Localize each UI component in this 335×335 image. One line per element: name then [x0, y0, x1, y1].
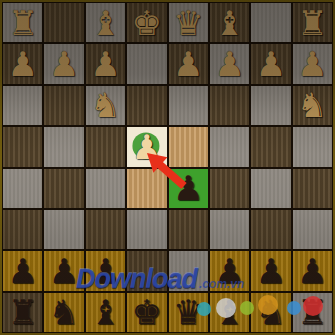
square-a4[interactable]	[292, 126, 333, 167]
square-d4[interactable]	[168, 126, 209, 167]
white-pawn-c2[interactable]: ♟	[214, 47, 244, 81]
black-king-e8[interactable]: ♚	[132, 295, 162, 329]
square-g8[interactable]: ♞	[43, 292, 84, 333]
square-e3[interactable]	[126, 85, 167, 126]
square-c5[interactable]	[209, 168, 250, 209]
square-d1[interactable]: ♛	[168, 2, 209, 43]
square-b2[interactable]: ♟	[250, 43, 291, 84]
black-pawn-b7[interactable]: ♟	[256, 254, 286, 288]
black-pawn-a7[interactable]: ♟	[297, 254, 327, 288]
white-pawn-f2[interactable]: ♟	[90, 47, 120, 81]
square-h3[interactable]	[2, 85, 43, 126]
square-d8[interactable]: ♛	[168, 292, 209, 333]
white-pawn-b2[interactable]: ♟	[256, 47, 286, 81]
square-h4[interactable]	[2, 126, 43, 167]
square-g1[interactable]	[43, 2, 84, 43]
square-a7[interactable]: ♟	[292, 250, 333, 291]
square-e7[interactable]	[126, 250, 167, 291]
square-c3[interactable]	[209, 85, 250, 126]
square-h7[interactable]: ♟	[2, 250, 43, 291]
square-c8[interactable]: ♝	[209, 292, 250, 333]
square-h2[interactable]: ♟	[2, 43, 43, 84]
square-a8[interactable]: ♜	[292, 292, 333, 333]
square-a1[interactable]: ♜	[292, 2, 333, 43]
square-f1[interactable]: ♝	[85, 2, 126, 43]
square-d2[interactable]: ♟	[168, 43, 209, 84]
square-b8[interactable]: ♞	[250, 292, 291, 333]
black-rook-h8[interactable]: ♜	[7, 295, 37, 329]
white-pawn-a2[interactable]: ♟	[297, 47, 327, 81]
square-c6[interactable]	[209, 209, 250, 250]
black-rook-a8[interactable]: ♜	[297, 295, 327, 329]
square-b1[interactable]	[250, 2, 291, 43]
square-d6[interactable]	[168, 209, 209, 250]
square-e2[interactable]	[126, 43, 167, 84]
white-knight-f3[interactable]: ♞	[90, 88, 120, 122]
square-e8[interactable]: ♚	[126, 292, 167, 333]
square-g4[interactable]	[43, 126, 84, 167]
square-f5[interactable]	[85, 168, 126, 209]
square-b4[interactable]	[250, 126, 291, 167]
square-d3[interactable]	[168, 85, 209, 126]
square-f2[interactable]: ♟	[85, 43, 126, 84]
chess-app-screenshot: ♜♝♚♛♝♜♟♟♟♟♟♟♟♞♞♟♟♟♟♟♟♟♟♜♞♝♚♛♝♞♜ Download…	[0, 0, 335, 335]
black-pawn-d5[interactable]: ♟	[173, 171, 203, 205]
square-e1[interactable]: ♚	[126, 2, 167, 43]
white-queen-d1[interactable]: ♛	[173, 6, 203, 40]
square-h6[interactable]	[2, 209, 43, 250]
black-knight-g8[interactable]: ♞	[49, 295, 79, 329]
square-g7[interactable]: ♟	[43, 250, 84, 291]
square-a2[interactable]: ♟	[292, 43, 333, 84]
black-pawn-h7[interactable]: ♟	[7, 254, 37, 288]
square-f3[interactable]: ♞	[85, 85, 126, 126]
square-f7[interactable]: ♟	[85, 250, 126, 291]
white-bishop-c1[interactable]: ♝	[214, 6, 244, 40]
white-pawn-g2[interactable]: ♟	[49, 47, 79, 81]
square-b7[interactable]: ♟	[250, 250, 291, 291]
white-pawn-h2[interactable]: ♟	[7, 47, 37, 81]
black-knight-b8[interactable]: ♞	[256, 295, 286, 329]
square-e5[interactable]	[126, 168, 167, 209]
white-pawn-e4[interactable]: ♟	[132, 130, 162, 164]
white-rook-a1[interactable]: ♜	[297, 6, 327, 40]
square-b3[interactable]	[250, 85, 291, 126]
white-pawn-d2[interactable]: ♟	[173, 47, 203, 81]
square-c4[interactable]	[209, 126, 250, 167]
square-d5[interactable]: ♟	[168, 168, 209, 209]
black-pawn-f7[interactable]: ♟	[90, 254, 120, 288]
square-c2[interactable]: ♟	[209, 43, 250, 84]
black-pawn-c7[interactable]: ♟	[214, 254, 244, 288]
black-pawn-g7[interactable]: ♟	[49, 254, 79, 288]
square-a3[interactable]: ♞	[292, 85, 333, 126]
square-g2[interactable]: ♟	[43, 43, 84, 84]
square-c7[interactable]: ♟	[209, 250, 250, 291]
black-bishop-f8[interactable]: ♝	[90, 295, 120, 329]
square-c1[interactable]: ♝	[209, 2, 250, 43]
square-g6[interactable]	[43, 209, 84, 250]
square-b6[interactable]	[250, 209, 291, 250]
black-bishop-c8[interactable]: ♝	[214, 295, 244, 329]
square-h5[interactable]	[2, 168, 43, 209]
square-a6[interactable]	[292, 209, 333, 250]
white-king-e1[interactable]: ♚	[132, 6, 162, 40]
square-g5[interactable]	[43, 168, 84, 209]
white-rook-h1[interactable]: ♜	[7, 6, 37, 40]
black-queen-d8[interactable]: ♛	[173, 295, 203, 329]
square-f8[interactable]: ♝	[85, 292, 126, 333]
square-e6[interactable]	[126, 209, 167, 250]
square-h8[interactable]: ♜	[2, 292, 43, 333]
square-e4[interactable]: ♟	[126, 126, 167, 167]
white-bishop-f1[interactable]: ♝	[90, 6, 120, 40]
white-knight-a3[interactable]: ♞	[297, 88, 327, 122]
square-d7[interactable]	[168, 250, 209, 291]
square-g3[interactable]	[43, 85, 84, 126]
square-h1[interactable]: ♜	[2, 2, 43, 43]
square-b5[interactable]	[250, 168, 291, 209]
chess-board: ♜♝♚♛♝♜♟♟♟♟♟♟♟♞♞♟♟♟♟♟♟♟♟♜♞♝♚♛♝♞♜	[0, 0, 335, 335]
square-a5[interactable]	[292, 168, 333, 209]
square-f4[interactable]	[85, 126, 126, 167]
square-f6[interactable]	[85, 209, 126, 250]
